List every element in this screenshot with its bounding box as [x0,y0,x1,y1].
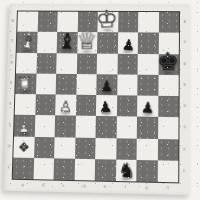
square-d1[interactable] [74,159,95,181]
square-g1[interactable] [136,160,157,182]
photo-background: © ♚♔♛♕♝♗♜♖♟♙♟♙♝♟♚♟♟♟♞❖ 8877665544332211a… [0,0,200,200]
square-e2[interactable] [95,137,116,159]
rank-label-left: 8 [12,19,15,23]
square-h7[interactable] [158,33,179,54]
rank-label-left: 6 [10,60,13,64]
file-label: d [83,184,86,188]
square-d3[interactable] [75,116,96,138]
square-f3[interactable] [116,116,137,138]
file-label: f [124,185,125,189]
square-a8[interactable] [17,11,37,32]
square-g6[interactable] [138,53,159,74]
square-a6[interactable] [16,52,37,73]
file-label: h [166,186,169,190]
square-a1[interactable] [13,157,34,179]
square-c2[interactable] [54,137,75,159]
rank-label-right: 1 [183,169,186,173]
file-label: b [42,183,45,187]
rank-label-left: 4 [9,102,12,106]
square-a2[interactable] [13,136,34,158]
file-label: g [145,186,148,190]
square-c4[interactable] [55,95,76,116]
square-d8[interactable] [77,12,98,33]
rank-label-left: 5 [10,81,13,85]
rank-label-left: 3 [8,123,11,127]
rank-label-right: 3 [183,126,186,130]
square-h8[interactable] [158,12,179,33]
rank-label-left: 1 [7,165,10,169]
square-f1[interactable] [115,159,136,181]
square-b2[interactable] [34,136,55,158]
square-e7[interactable] [97,32,118,53]
square-e6[interactable] [97,53,118,74]
board-tilt-wrapper: © ♚♔♛♕♝♗♜♖♟♙♟♙♝♟♚♟♟♟♞❖ 8877665544332211a… [0,2,200,200]
rank-label-right: 6 [183,62,186,66]
square-a3[interactable] [14,115,35,136]
square-c1[interactable] [54,158,75,180]
rank-label-right: 2 [183,147,186,151]
square-e4[interactable] [96,95,117,116]
square-d6[interactable] [76,53,97,74]
playing-area: ♚♔♛♕♝♗♜♖♟♙♟♙♝♟♚♟♟♟♞❖ [13,11,179,182]
file-label: c [62,184,64,188]
square-g7[interactable] [138,33,159,54]
square-h6[interactable] [158,54,179,75]
square-a4[interactable] [15,94,36,115]
file-label: a [21,183,24,187]
square-f4[interactable] [116,95,137,117]
square-h1[interactable] [157,160,178,182]
square-e1[interactable] [95,159,116,181]
rank-label-right: 4 [183,104,186,108]
square-b6[interactable] [36,53,57,74]
square-g4[interactable] [137,96,158,118]
square-c7[interactable] [57,32,78,53]
square-g5[interactable] [137,74,158,95]
square-f8[interactable] [118,12,139,33]
rank-label-right: 8 [183,20,186,24]
square-c6[interactable] [56,53,77,74]
square-f2[interactable] [116,138,137,160]
square-d2[interactable] [75,137,96,159]
square-d4[interactable] [75,95,96,116]
square-f6[interactable] [117,53,138,74]
square-c8[interactable] [57,12,78,33]
square-h2[interactable] [157,139,178,161]
chess-board: © ♚♔♛♕♝♗♜♖♟♙♟♙♝♟♚♟♟♟♞❖ 8877665544332211a… [3,4,190,195]
square-f5[interactable] [117,74,138,95]
square-a5[interactable] [15,73,36,94]
square-b1[interactable] [33,158,54,180]
square-h5[interactable] [158,75,179,96]
square-d5[interactable] [76,74,97,95]
square-b7[interactable] [37,32,58,53]
square-g2[interactable] [137,138,158,160]
square-b5[interactable] [35,73,56,94]
square-f7[interactable] [117,33,138,54]
square-c5[interactable] [56,74,77,95]
square-d7[interactable] [77,32,98,53]
square-c3[interactable] [55,116,76,138]
board-grid [13,11,179,182]
square-h4[interactable] [158,96,179,118]
rank-label-right: 5 [183,83,186,87]
square-b3[interactable] [34,115,55,137]
square-e8[interactable] [97,12,118,33]
square-a7[interactable] [17,32,38,53]
square-e5[interactable] [96,74,117,95]
rank-label-right: 7 [183,41,186,45]
square-b8[interactable] [37,12,58,33]
square-b4[interactable] [35,94,56,115]
square-g3[interactable] [137,117,158,139]
file-label: e [104,185,107,189]
rank-label-left: 2 [8,144,11,148]
square-e3[interactable] [96,116,117,138]
square-h3[interactable] [158,117,179,139]
square-g8[interactable] [138,12,159,33]
rank-label-left: 7 [11,40,14,44]
